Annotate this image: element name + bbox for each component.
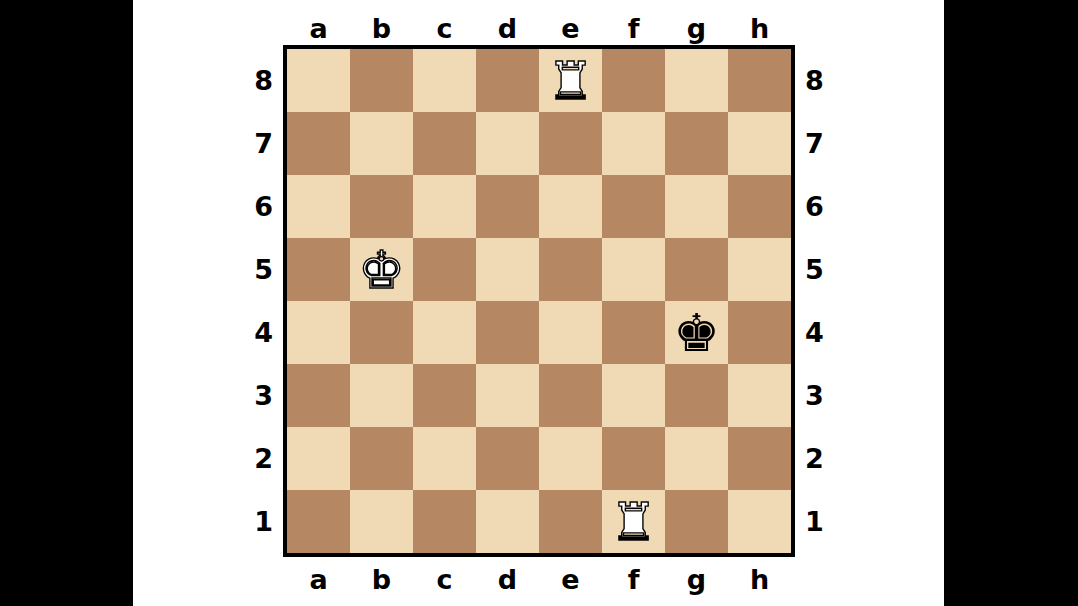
- square-h4[interactable]: [728, 301, 791, 364]
- square-c6[interactable]: [413, 175, 476, 238]
- right-letterbox-bar: [944, 0, 1078, 606]
- corner-bottom-left: [240, 557, 283, 602]
- square-c4[interactable]: [413, 301, 476, 364]
- square-a8[interactable]: [287, 49, 350, 112]
- square-b1[interactable]: [350, 490, 413, 553]
- square-c8[interactable]: [413, 49, 476, 112]
- file-label-g-top: g: [665, 0, 728, 45]
- file-label-h-bottom: h: [728, 557, 791, 602]
- square-e5[interactable]: [539, 238, 602, 301]
- rank-label-8-right: 8: [795, 49, 838, 112]
- square-a3[interactable]: [287, 364, 350, 427]
- square-h2[interactable]: [728, 427, 791, 490]
- corner-bottom-right: [795, 557, 838, 602]
- rank-label-5-left: 5: [240, 238, 283, 301]
- square-a4[interactable]: [287, 301, 350, 364]
- square-g1[interactable]: [665, 490, 728, 553]
- file-labels-top: abcdefgh: [283, 0, 795, 45]
- square-b4[interactable]: [350, 301, 413, 364]
- square-f6[interactable]: [602, 175, 665, 238]
- square-c5[interactable]: [413, 238, 476, 301]
- square-a7[interactable]: [287, 112, 350, 175]
- rank-label-8-left: 8: [240, 49, 283, 112]
- chess-board: ♜♚♚♜: [283, 45, 795, 557]
- square-d8[interactable]: [476, 49, 539, 112]
- square-f4[interactable]: [602, 301, 665, 364]
- square-c3[interactable]: [413, 364, 476, 427]
- square-e7[interactable]: [539, 112, 602, 175]
- square-a5[interactable]: [287, 238, 350, 301]
- square-b7[interactable]: [350, 112, 413, 175]
- rank-label-3-right: 3: [795, 364, 838, 427]
- rank-labels-left: 87654321: [240, 45, 283, 557]
- square-e1[interactable]: [539, 490, 602, 553]
- square-g4[interactable]: ♚: [665, 301, 728, 364]
- square-h8[interactable]: [728, 49, 791, 112]
- square-b3[interactable]: [350, 364, 413, 427]
- file-label-g-bottom: g: [665, 557, 728, 602]
- rank-label-1-right: 1: [795, 490, 838, 553]
- rank-label-5-right: 5: [795, 238, 838, 301]
- page: abcdefgh 87654321 ♜♚♚♜ 87654321 abcdefgh: [0, 0, 1078, 606]
- rank-label-2-left: 2: [240, 427, 283, 490]
- square-d7[interactable]: [476, 112, 539, 175]
- file-label-c-bottom: c: [413, 557, 476, 602]
- square-a1[interactable]: [287, 490, 350, 553]
- square-g2[interactable]: [665, 427, 728, 490]
- square-g8[interactable]: [665, 49, 728, 112]
- file-labels-bottom: abcdefgh: [283, 557, 795, 602]
- square-c7[interactable]: [413, 112, 476, 175]
- square-h5[interactable]: [728, 238, 791, 301]
- file-label-e-bottom: e: [539, 557, 602, 602]
- left-letterbox-bar: [0, 0, 133, 606]
- file-label-f-top: f: [602, 0, 665, 45]
- square-e3[interactable]: [539, 364, 602, 427]
- square-c1[interactable]: [413, 490, 476, 553]
- square-f5[interactable]: [602, 238, 665, 301]
- rank-label-7-left: 7: [240, 112, 283, 175]
- rank-label-3-left: 3: [240, 364, 283, 427]
- file-label-e-top: e: [539, 0, 602, 45]
- square-b5[interactable]: ♚: [350, 238, 413, 301]
- rank-label-6-left: 6: [240, 175, 283, 238]
- white-king-b5[interactable]: ♚: [358, 244, 405, 296]
- square-h3[interactable]: [728, 364, 791, 427]
- square-f1[interactable]: ♜: [602, 490, 665, 553]
- square-e6[interactable]: [539, 175, 602, 238]
- square-e4[interactable]: [539, 301, 602, 364]
- rank-label-2-right: 2: [795, 427, 838, 490]
- square-h7[interactable]: [728, 112, 791, 175]
- square-g5[interactable]: [665, 238, 728, 301]
- square-g3[interactable]: [665, 364, 728, 427]
- square-g7[interactable]: [665, 112, 728, 175]
- rank-label-4-left: 4: [240, 301, 283, 364]
- square-f3[interactable]: [602, 364, 665, 427]
- file-label-b-top: b: [350, 0, 413, 45]
- square-f2[interactable]: [602, 427, 665, 490]
- rank-labels-right: 87654321: [795, 45, 838, 557]
- rank-label-4-right: 4: [795, 301, 838, 364]
- white-rook-f1[interactable]: ♜: [610, 496, 657, 548]
- square-c2[interactable]: [413, 427, 476, 490]
- file-label-d-top: d: [476, 0, 539, 45]
- square-d6[interactable]: [476, 175, 539, 238]
- square-d5[interactable]: [476, 238, 539, 301]
- file-label-a-top: a: [287, 0, 350, 45]
- file-label-b-bottom: b: [350, 557, 413, 602]
- square-a6[interactable]: [287, 175, 350, 238]
- square-e2[interactable]: [539, 427, 602, 490]
- file-label-d-bottom: d: [476, 557, 539, 602]
- file-label-c-top: c: [413, 0, 476, 45]
- square-d1[interactable]: [476, 490, 539, 553]
- file-label-f-bottom: f: [602, 557, 665, 602]
- square-f7[interactable]: [602, 112, 665, 175]
- file-label-h-top: h: [728, 0, 791, 45]
- square-b2[interactable]: [350, 427, 413, 490]
- corner-top-right: [795, 0, 838, 45]
- white-rook-e8[interactable]: ♜: [547, 55, 594, 107]
- rank-label-6-right: 6: [795, 175, 838, 238]
- square-d2[interactable]: [476, 427, 539, 490]
- square-d4[interactable]: [476, 301, 539, 364]
- rank-label-7-right: 7: [795, 112, 838, 175]
- rank-label-1-left: 1: [240, 490, 283, 553]
- square-d3[interactable]: [476, 364, 539, 427]
- square-a2[interactable]: [287, 427, 350, 490]
- square-h6[interactable]: [728, 175, 791, 238]
- black-king-g4[interactable]: ♚: [673, 307, 720, 359]
- chess-diagram: abcdefgh 87654321 ♜♚♚♜ 87654321 abcdefgh: [240, 0, 838, 602]
- square-b8[interactable]: [350, 49, 413, 112]
- square-g6[interactable]: [665, 175, 728, 238]
- square-e8[interactable]: ♜: [539, 49, 602, 112]
- file-label-a-bottom: a: [287, 557, 350, 602]
- square-b6[interactable]: [350, 175, 413, 238]
- square-h1[interactable]: [728, 490, 791, 553]
- corner-top-left: [240, 0, 283, 45]
- square-f8[interactable]: [602, 49, 665, 112]
